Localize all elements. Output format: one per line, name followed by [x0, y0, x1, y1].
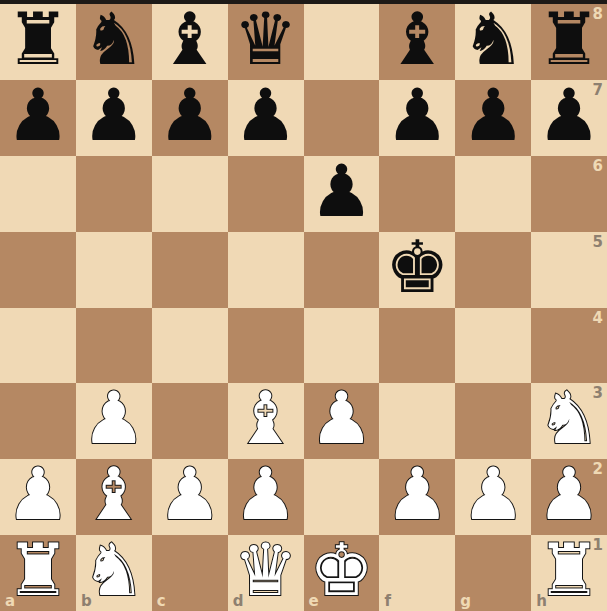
- piece-black-pawn[interactable]: ♟: [461, 79, 526, 151]
- square-f1[interactable]: f: [379, 535, 455, 611]
- piece-black-king[interactable]: ♚: [385, 231, 450, 303]
- square-d2[interactable]: ♟: [228, 459, 304, 535]
- square-a6[interactable]: [0, 156, 76, 232]
- piece-black-bishop[interactable]: ♝: [157, 3, 222, 75]
- square-a2[interactable]: ♟: [0, 459, 76, 535]
- rank-label-4: 4: [593, 311, 603, 326]
- square-h6[interactable]: 6: [531, 156, 607, 232]
- square-g2[interactable]: ♟: [455, 459, 531, 535]
- piece-white-knight[interactable]: ♞: [537, 382, 602, 454]
- square-h1[interactable]: 1h♜: [531, 535, 607, 611]
- rank-label-6: 6: [593, 159, 603, 174]
- piece-white-pawn[interactable]: ♟: [461, 458, 526, 530]
- square-f5[interactable]: ♚: [379, 232, 455, 308]
- square-c3[interactable]: [152, 383, 228, 459]
- square-g6[interactable]: [455, 156, 531, 232]
- piece-white-pawn[interactable]: ♟: [157, 458, 222, 530]
- square-e8[interactable]: [304, 4, 380, 80]
- piece-white-bishop[interactable]: ♝: [82, 458, 147, 530]
- square-d5[interactable]: [228, 232, 304, 308]
- square-a8[interactable]: ♜: [0, 4, 76, 80]
- piece-black-rook[interactable]: ♜: [537, 3, 602, 75]
- piece-white-queen[interactable]: ♛: [233, 534, 298, 606]
- square-b2[interactable]: ♝: [76, 459, 152, 535]
- file-label-f: f: [384, 594, 391, 609]
- square-d6[interactable]: [228, 156, 304, 232]
- square-d8[interactable]: ♛: [228, 4, 304, 80]
- square-c7[interactable]: ♟: [152, 80, 228, 156]
- square-a5[interactable]: [0, 232, 76, 308]
- chess-app: ♜♞♝♛♝♞8♜♟♟♟♟♟♟7♟♟6♚54♟♝♟3♞♟♝♟♟♟♟2♟a♜b♞cd…: [0, 0, 607, 611]
- piece-black-pawn[interactable]: ♟: [82, 79, 147, 151]
- piece-white-pawn[interactable]: ♟: [309, 382, 374, 454]
- piece-white-pawn[interactable]: ♟: [233, 458, 298, 530]
- square-f2[interactable]: ♟: [379, 459, 455, 535]
- piece-black-pawn[interactable]: ♟: [157, 79, 222, 151]
- square-e7[interactable]: [304, 80, 380, 156]
- piece-white-pawn[interactable]: ♟: [537, 458, 602, 530]
- square-d4[interactable]: [228, 308, 304, 384]
- square-a4[interactable]: [0, 308, 76, 384]
- piece-black-knight[interactable]: ♞: [461, 3, 526, 75]
- square-g5[interactable]: [455, 232, 531, 308]
- chess-board: ♜♞♝♛♝♞8♜♟♟♟♟♟♟7♟♟6♚54♟♝♟3♞♟♝♟♟♟♟2♟a♜b♞cd…: [0, 4, 607, 611]
- piece-white-knight[interactable]: ♞: [82, 534, 147, 606]
- piece-white-pawn[interactable]: ♟: [6, 458, 71, 530]
- square-g1[interactable]: g: [455, 535, 531, 611]
- square-c5[interactable]: [152, 232, 228, 308]
- square-e1[interactable]: e♚: [304, 535, 380, 611]
- square-h3[interactable]: 3♞: [531, 383, 607, 459]
- file-label-g: g: [460, 594, 471, 609]
- square-e4[interactable]: [304, 308, 380, 384]
- square-h7[interactable]: 7♟: [531, 80, 607, 156]
- square-g3[interactable]: [455, 383, 531, 459]
- piece-white-rook[interactable]: ♜: [537, 534, 602, 606]
- square-a3[interactable]: [0, 383, 76, 459]
- square-a7[interactable]: ♟: [0, 80, 76, 156]
- piece-black-pawn[interactable]: ♟: [6, 79, 71, 151]
- piece-black-rook[interactable]: ♜: [6, 3, 71, 75]
- square-h4[interactable]: 4: [531, 308, 607, 384]
- square-g7[interactable]: ♟: [455, 80, 531, 156]
- piece-white-bishop[interactable]: ♝: [233, 382, 298, 454]
- square-f4[interactable]: [379, 308, 455, 384]
- piece-black-bishop[interactable]: ♝: [385, 3, 450, 75]
- file-label-c: c: [157, 594, 166, 609]
- square-b8[interactable]: ♞: [76, 4, 152, 80]
- square-c2[interactable]: ♟: [152, 459, 228, 535]
- piece-black-pawn[interactable]: ♟: [233, 79, 298, 151]
- square-b4[interactable]: [76, 308, 152, 384]
- square-b7[interactable]: ♟: [76, 80, 152, 156]
- square-e2[interactable]: [304, 459, 380, 535]
- piece-white-pawn[interactable]: ♟: [385, 458, 450, 530]
- square-h2[interactable]: 2♟: [531, 459, 607, 535]
- square-f3[interactable]: [379, 383, 455, 459]
- square-b3[interactable]: ♟: [76, 383, 152, 459]
- square-g8[interactable]: ♞: [455, 4, 531, 80]
- square-f7[interactable]: ♟: [379, 80, 455, 156]
- square-b1[interactable]: b♞: [76, 535, 152, 611]
- square-b6[interactable]: [76, 156, 152, 232]
- piece-white-rook[interactable]: ♜: [6, 534, 71, 606]
- square-b5[interactable]: [76, 232, 152, 308]
- square-d3[interactable]: ♝: [228, 383, 304, 459]
- square-d1[interactable]: d♛: [228, 535, 304, 611]
- piece-black-pawn[interactable]: ♟: [385, 79, 450, 151]
- piece-black-knight[interactable]: ♞: [82, 3, 147, 75]
- square-a1[interactable]: a♜: [0, 535, 76, 611]
- square-c6[interactable]: [152, 156, 228, 232]
- square-e5[interactable]: [304, 232, 380, 308]
- square-c8[interactable]: ♝: [152, 4, 228, 80]
- square-e6[interactable]: ♟: [304, 156, 380, 232]
- rank-label-5: 5: [593, 235, 603, 250]
- square-c4[interactable]: [152, 308, 228, 384]
- square-h5[interactable]: 5: [531, 232, 607, 308]
- piece-black-pawn[interactable]: ♟: [537, 79, 602, 151]
- square-h8[interactable]: 8♜: [531, 4, 607, 80]
- square-f6[interactable]: [379, 156, 455, 232]
- piece-black-queen[interactable]: ♛: [233, 3, 298, 75]
- square-g4[interactable]: [455, 308, 531, 384]
- square-c1[interactable]: c: [152, 535, 228, 611]
- square-f8[interactable]: ♝: [379, 4, 455, 80]
- piece-black-pawn[interactable]: ♟: [309, 155, 374, 227]
- piece-white-king[interactable]: ♚: [309, 534, 374, 606]
- square-d7[interactable]: ♟: [228, 80, 304, 156]
- square-e3[interactable]: ♟: [304, 383, 380, 459]
- piece-white-pawn[interactable]: ♟: [82, 382, 147, 454]
